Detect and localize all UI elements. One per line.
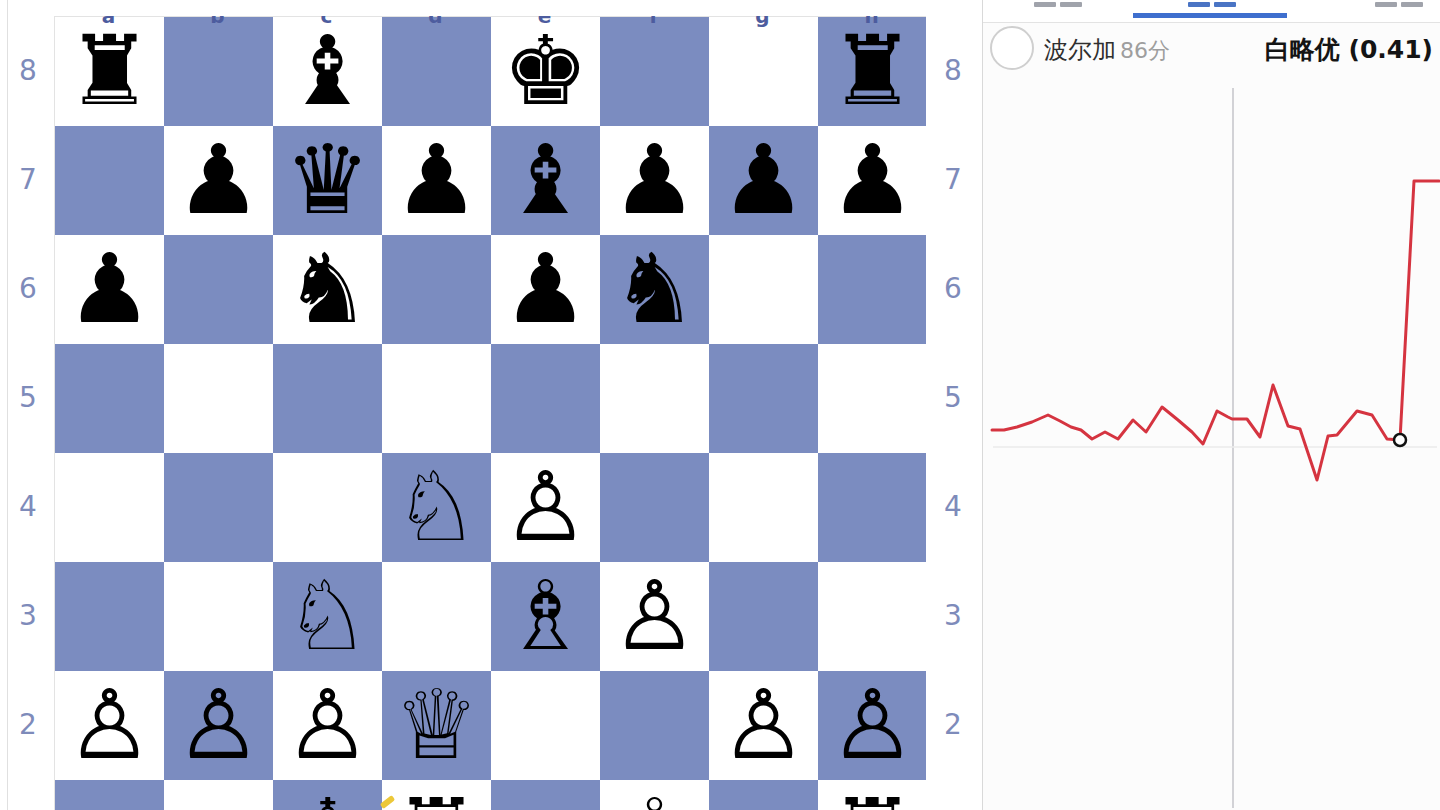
current-move-marker [1394,434,1406,446]
player-name: 波尔加 [1044,34,1116,66]
eval-chart[interactable] [0,0,1440,810]
tab-1-text-fragment [1034,2,1056,7]
tab-1[interactable] [1030,0,1090,22]
tab-2-text-fragment [1214,2,1236,7]
tab-2-text-fragment [1188,2,1210,7]
tab-1-text-fragment [1060,2,1082,7]
tab-3-text-fragment [1401,2,1423,7]
active-tab-underline [1133,13,1287,18]
tab-2[interactable] [1184,0,1244,22]
player-score: 86分 [1120,36,1170,66]
eval-polyline [992,181,1439,480]
avatar [990,26,1034,70]
tab-3-text-fragment [1375,2,1397,7]
tab-3[interactable] [1371,0,1431,22]
eval-text: 白略优 (0.41) [1265,33,1433,66]
